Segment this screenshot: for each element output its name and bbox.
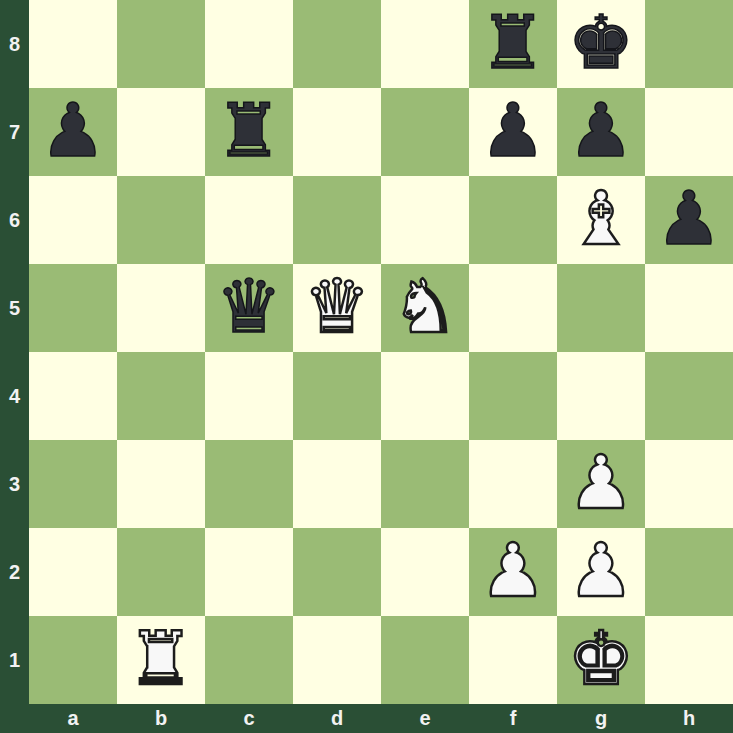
rank-label-1: 1 (0, 616, 29, 704)
square-g3[interactable]: ♟ (557, 440, 645, 528)
piece-black-king[interactable]: ♚ (568, 5, 634, 79)
square-g7[interactable]: ♟ (557, 88, 645, 176)
piece-white-queen[interactable]: ♛ (304, 269, 370, 343)
square-c6[interactable] (205, 176, 293, 264)
square-e5[interactable]: ♞ (381, 264, 469, 352)
square-c8[interactable] (205, 0, 293, 88)
square-a2[interactable] (29, 528, 117, 616)
square-g8[interactable]: ♚ (557, 0, 645, 88)
square-h4[interactable] (645, 352, 733, 440)
file-label-h: h (645, 704, 733, 733)
piece-white-pawn[interactable]: ♟ (480, 533, 546, 607)
square-b8[interactable] (117, 0, 205, 88)
square-d3[interactable] (293, 440, 381, 528)
rank-label-8: 8 (0, 0, 29, 88)
square-d8[interactable] (293, 0, 381, 88)
square-d1[interactable] (293, 616, 381, 704)
rank-label-6: 6 (0, 176, 29, 264)
square-g5[interactable] (557, 264, 645, 352)
square-e1[interactable] (381, 616, 469, 704)
file-label-a: a (29, 704, 117, 733)
file-label-e: e (381, 704, 469, 733)
file-label-b: b (117, 704, 205, 733)
square-f3[interactable] (469, 440, 557, 528)
rank-label-7: 7 (0, 88, 29, 176)
file-labels: abcdefgh (29, 704, 733, 733)
square-b3[interactable] (117, 440, 205, 528)
square-h6[interactable]: ♟ (645, 176, 733, 264)
square-h8[interactable] (645, 0, 733, 88)
square-f1[interactable] (469, 616, 557, 704)
square-d7[interactable] (293, 88, 381, 176)
square-b1[interactable]: ♜ (117, 616, 205, 704)
square-a5[interactable] (29, 264, 117, 352)
square-d6[interactable] (293, 176, 381, 264)
square-h2[interactable] (645, 528, 733, 616)
square-c5[interactable]: ♛ (205, 264, 293, 352)
square-e7[interactable] (381, 88, 469, 176)
square-e4[interactable] (381, 352, 469, 440)
square-d4[interactable] (293, 352, 381, 440)
file-label-c: c (205, 704, 293, 733)
square-a3[interactable] (29, 440, 117, 528)
piece-white-pawn[interactable]: ♟ (568, 533, 634, 607)
piece-black-pawn[interactable]: ♟ (40, 93, 106, 167)
piece-white-king[interactable]: ♚ (568, 621, 634, 695)
square-h3[interactable] (645, 440, 733, 528)
square-f8[interactable]: ♜ (469, 0, 557, 88)
square-g4[interactable] (557, 352, 645, 440)
square-b7[interactable] (117, 88, 205, 176)
square-e8[interactable] (381, 0, 469, 88)
rank-label-4: 4 (0, 352, 29, 440)
square-c3[interactable] (205, 440, 293, 528)
piece-black-rook[interactable]: ♜ (480, 5, 546, 79)
piece-white-rook[interactable]: ♜ (128, 621, 194, 695)
piece-white-pawn[interactable]: ♟ (568, 445, 634, 519)
piece-white-bishop[interactable]: ♝ (568, 181, 634, 255)
file-label-f: f (469, 704, 557, 733)
square-a7[interactable]: ♟ (29, 88, 117, 176)
square-h7[interactable] (645, 88, 733, 176)
piece-black-queen[interactable]: ♛ (216, 269, 282, 343)
square-d5[interactable]: ♛ (293, 264, 381, 352)
square-f4[interactable] (469, 352, 557, 440)
square-g6[interactable]: ♝ (557, 176, 645, 264)
square-b5[interactable] (117, 264, 205, 352)
square-c2[interactable] (205, 528, 293, 616)
square-c4[interactable] (205, 352, 293, 440)
piece-white-knight[interactable]: ♞ (392, 269, 458, 343)
square-f2[interactable]: ♟ (469, 528, 557, 616)
piece-black-pawn[interactable]: ♟ (568, 93, 634, 167)
piece-black-pawn[interactable]: ♟ (656, 181, 722, 255)
square-c1[interactable] (205, 616, 293, 704)
square-a1[interactable] (29, 616, 117, 704)
square-b2[interactable] (117, 528, 205, 616)
square-f5[interactable] (469, 264, 557, 352)
rank-label-5: 5 (0, 264, 29, 352)
square-g2[interactable]: ♟ (557, 528, 645, 616)
square-a6[interactable] (29, 176, 117, 264)
rank-label-3: 3 (0, 440, 29, 528)
square-h5[interactable] (645, 264, 733, 352)
square-f6[interactable] (469, 176, 557, 264)
square-a8[interactable] (29, 0, 117, 88)
piece-black-pawn[interactable]: ♟ (480, 93, 546, 167)
rank-labels: 87654321 (0, 0, 29, 704)
square-e2[interactable] (381, 528, 469, 616)
square-d2[interactable] (293, 528, 381, 616)
board: ♜♚♟♜♟♟♝♟♛♛♞♟♟♟♜♚ (29, 0, 733, 704)
file-label-d: d (293, 704, 381, 733)
square-h1[interactable] (645, 616, 733, 704)
rank-label-2: 2 (0, 528, 29, 616)
chess-board-frame: 87654321 ♜♚♟♜♟♟♝♟♛♛♞♟♟♟♜♚ abcdefgh (0, 0, 733, 733)
square-e3[interactable] (381, 440, 469, 528)
piece-black-rook[interactable]: ♜ (216, 93, 282, 167)
square-a4[interactable] (29, 352, 117, 440)
square-f7[interactable]: ♟ (469, 88, 557, 176)
file-label-g: g (557, 704, 645, 733)
square-c7[interactable]: ♜ (205, 88, 293, 176)
square-g1[interactable]: ♚ (557, 616, 645, 704)
square-b6[interactable] (117, 176, 205, 264)
square-b4[interactable] (117, 352, 205, 440)
square-e6[interactable] (381, 176, 469, 264)
